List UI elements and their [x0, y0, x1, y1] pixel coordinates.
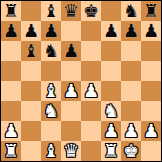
white-knight-piece: ♞: [41, 101, 61, 121]
square-b5[interactable]: [21, 61, 41, 81]
square-a2[interactable]: ♟: [1, 121, 21, 141]
square-f5[interactable]: [101, 61, 121, 81]
black-pawn-piece: ♟: [41, 21, 61, 41]
square-f6[interactable]: [101, 41, 121, 61]
square-d7[interactable]: [61, 21, 81, 41]
white-pawn-piece: ♟: [61, 81, 81, 101]
black-rook-piece: ♜: [1, 1, 21, 21]
square-b7[interactable]: ♟: [21, 21, 41, 41]
square-b1[interactable]: [21, 141, 41, 161]
square-h6[interactable]: [141, 41, 161, 61]
square-d5[interactable]: [61, 61, 81, 81]
square-d4[interactable]: ♟: [61, 81, 81, 101]
chess-board: ♜♝♛♚♞♜♟♟♟♟♟♟♝♞♟♝♟♟♞♞♟♟♟♟♜♝♛♜♚: [0, 0, 162, 162]
square-g7[interactable]: ♟: [121, 21, 141, 41]
square-e5[interactable]: [81, 61, 101, 81]
black-bishop-piece: ♝: [41, 1, 61, 21]
black-bishop-piece: ♝: [21, 41, 41, 61]
square-g3[interactable]: [121, 101, 141, 121]
square-g5[interactable]: [121, 61, 141, 81]
square-f8[interactable]: [101, 1, 121, 21]
white-pawn-piece: ♟: [101, 121, 121, 141]
black-pawn-piece: ♟: [121, 21, 141, 41]
square-c2[interactable]: [41, 121, 61, 141]
square-b3[interactable]: [21, 101, 41, 121]
square-a1[interactable]: ♜: [1, 141, 21, 161]
square-b2[interactable]: [21, 121, 41, 141]
square-h1[interactable]: [141, 141, 161, 161]
square-g1[interactable]: ♚: [121, 141, 141, 161]
black-king-piece: ♚: [81, 1, 101, 21]
square-a3[interactable]: [1, 101, 21, 121]
square-a4[interactable]: [1, 81, 21, 101]
square-h2[interactable]: ♟: [141, 121, 161, 141]
black-knight-piece: ♞: [121, 1, 141, 21]
square-c6[interactable]: ♞: [41, 41, 61, 61]
square-e1[interactable]: [81, 141, 101, 161]
black-pawn-piece: ♟: [61, 41, 81, 61]
white-queen-piece: ♛: [61, 141, 81, 161]
square-c1[interactable]: ♝: [41, 141, 61, 161]
square-f2[interactable]: ♟: [101, 121, 121, 141]
square-d1[interactable]: ♛: [61, 141, 81, 161]
square-g4[interactable]: [121, 81, 141, 101]
square-h7[interactable]: ♟: [141, 21, 161, 41]
square-e8[interactable]: ♚: [81, 1, 101, 21]
square-e6[interactable]: [81, 41, 101, 61]
square-h5[interactable]: [141, 61, 161, 81]
square-e2[interactable]: [81, 121, 101, 141]
white-pawn-piece: ♟: [1, 121, 21, 141]
square-f3[interactable]: ♞: [101, 101, 121, 121]
white-pawn-piece: ♟: [121, 121, 141, 141]
white-king-piece: ♚: [121, 141, 141, 161]
white-bishop-piece: ♝: [41, 141, 61, 161]
square-e4[interactable]: ♟: [81, 81, 101, 101]
black-queen-piece: ♛: [61, 1, 81, 21]
square-d3[interactable]: [61, 101, 81, 121]
white-pawn-piece: ♟: [141, 121, 161, 141]
square-b4[interactable]: [21, 81, 41, 101]
square-c4[interactable]: ♝: [41, 81, 61, 101]
white-knight-piece: ♞: [101, 101, 121, 121]
black-pawn-piece: ♟: [21, 21, 41, 41]
square-d8[interactable]: ♛: [61, 1, 81, 21]
black-pawn-piece: ♟: [101, 21, 121, 41]
square-g6[interactable]: [121, 41, 141, 61]
square-d2[interactable]: [61, 121, 81, 141]
square-c7[interactable]: ♟: [41, 21, 61, 41]
square-a7[interactable]: ♟: [1, 21, 21, 41]
black-pawn-piece: ♟: [1, 21, 21, 41]
black-knight-piece: ♞: [41, 41, 61, 61]
square-g2[interactable]: ♟: [121, 121, 141, 141]
square-f7[interactable]: ♟: [101, 21, 121, 41]
square-h8[interactable]: ♜: [141, 1, 161, 21]
white-bishop-piece: ♝: [41, 81, 61, 101]
white-rook-piece: ♜: [101, 141, 121, 161]
black-pawn-piece: ♟: [141, 21, 161, 41]
square-c8[interactable]: ♝: [41, 1, 61, 21]
white-pawn-piece: ♟: [81, 81, 101, 101]
square-a8[interactable]: ♜: [1, 1, 21, 21]
square-d6[interactable]: ♟: [61, 41, 81, 61]
square-c3[interactable]: ♞: [41, 101, 61, 121]
square-h3[interactable]: [141, 101, 161, 121]
square-a6[interactable]: [1, 41, 21, 61]
square-f1[interactable]: ♜: [101, 141, 121, 161]
square-b6[interactable]: ♝: [21, 41, 41, 61]
square-f4[interactable]: [101, 81, 121, 101]
square-e3[interactable]: [81, 101, 101, 121]
white-rook-piece: ♜: [1, 141, 21, 161]
square-e7[interactable]: [81, 21, 101, 41]
square-b8[interactable]: [21, 1, 41, 21]
square-g8[interactable]: ♞: [121, 1, 141, 21]
square-a5[interactable]: [1, 61, 21, 81]
square-c5[interactable]: [41, 61, 61, 81]
black-rook-piece: ♜: [141, 1, 161, 21]
square-h4[interactable]: [141, 81, 161, 101]
